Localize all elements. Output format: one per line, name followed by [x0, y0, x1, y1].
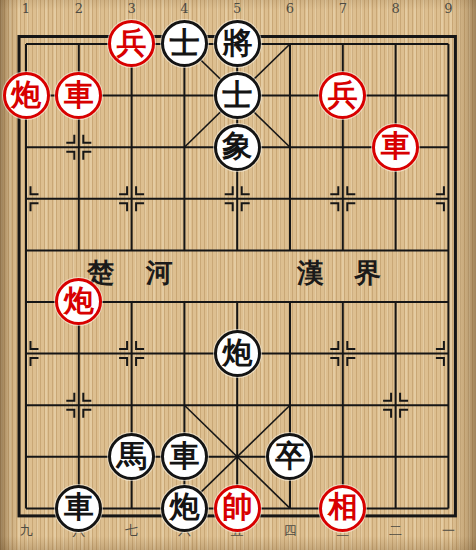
red-cannon[interactable]: 炮: [55, 278, 102, 325]
xiangqi-board: 楚河 漢界 123456789 九八七六五四三二一 兵士將炮車士兵象車炮炮馬車卒…: [0, 0, 476, 550]
black-cannon[interactable]: 炮: [161, 485, 208, 532]
file-label-top-3: 3: [127, 2, 135, 16]
red-cannon[interactable]: 炮: [3, 72, 50, 119]
file-label-top-1: 1: [22, 2, 30, 16]
red-chariot[interactable]: 車: [372, 124, 419, 171]
black-elephant[interactable]: 象: [214, 124, 261, 171]
black-advisor[interactable]: 士: [161, 20, 208, 67]
red-soldier[interactable]: 兵: [108, 20, 155, 67]
black-chariot[interactable]: 車: [55, 485, 102, 532]
black-chariot[interactable]: 車: [161, 433, 208, 480]
red-general[interactable]: 帥: [214, 485, 261, 532]
file-label-top-4: 4: [180, 2, 188, 16]
piece-layer: 兵士將炮車士兵象車炮炮馬車卒車炮帥相: [0, 18, 475, 534]
black-horse[interactable]: 馬: [108, 433, 155, 480]
file-label-top-7: 7: [339, 2, 347, 16]
file-label-top-5: 5: [233, 2, 241, 16]
black-soldier[interactable]: 卒: [266, 433, 313, 480]
file-label-top-2: 2: [75, 2, 83, 16]
black-cannon[interactable]: 炮: [214, 330, 261, 377]
red-soldier[interactable]: 兵: [319, 72, 366, 119]
file-label-top-8: 8: [391, 2, 399, 16]
black-general[interactable]: 將: [214, 20, 261, 67]
red-elephant[interactable]: 相: [319, 485, 366, 532]
red-chariot[interactable]: 車: [55, 72, 102, 119]
file-label-top-6: 6: [286, 2, 294, 16]
file-label-top-9: 9: [444, 2, 452, 16]
black-advisor[interactable]: 士: [214, 72, 261, 119]
